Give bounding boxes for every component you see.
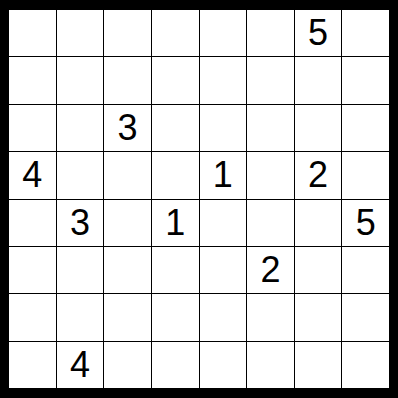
clue-cell-r3c3: 3	[104, 105, 151, 151]
empty-cell-r6c1[interactable]	[9, 247, 56, 293]
empty-cell-r3c4[interactable]	[152, 105, 199, 151]
empty-cell-r3c1[interactable]	[9, 105, 56, 151]
empty-cell-r1c8[interactable]	[342, 10, 389, 56]
empty-cell-r8c7[interactable]	[295, 342, 342, 388]
empty-cell-r6c3[interactable]	[104, 247, 151, 293]
empty-cell-r6c7[interactable]	[295, 247, 342, 293]
empty-cell-r8c5[interactable]	[200, 342, 247, 388]
empty-cell-r4c6[interactable]	[247, 152, 294, 198]
empty-cell-r2c6[interactable]	[247, 57, 294, 103]
empty-cell-r7c3[interactable]	[104, 294, 151, 340]
empty-cell-r8c8[interactable]	[342, 342, 389, 388]
empty-cell-r7c6[interactable]	[247, 294, 294, 340]
empty-cell-r3c5[interactable]	[200, 105, 247, 151]
empty-cell-r5c6[interactable]	[247, 200, 294, 246]
clue-cell-r6c6: 2	[247, 247, 294, 293]
empty-cell-r1c6[interactable]	[247, 10, 294, 56]
empty-cell-r3c2[interactable]	[57, 105, 104, 151]
empty-cell-r7c7[interactable]	[295, 294, 342, 340]
empty-cell-r4c4[interactable]	[152, 152, 199, 198]
clue-cell-r5c2: 3	[57, 200, 104, 246]
puzzle-board-frame: 5341231524	[0, 0, 398, 398]
empty-cell-r7c2[interactable]	[57, 294, 104, 340]
empty-cell-r7c5[interactable]	[200, 294, 247, 340]
clue-cell-r5c4: 1	[152, 200, 199, 246]
empty-cell-r5c5[interactable]	[200, 200, 247, 246]
empty-cell-r8c4[interactable]	[152, 342, 199, 388]
empty-cell-r2c5[interactable]	[200, 57, 247, 103]
empty-cell-r2c7[interactable]	[295, 57, 342, 103]
empty-cell-r6c4[interactable]	[152, 247, 199, 293]
empty-cell-r3c7[interactable]	[295, 105, 342, 151]
empty-cell-r1c1[interactable]	[9, 10, 56, 56]
empty-cell-r5c3[interactable]	[104, 200, 151, 246]
empty-cell-r4c3[interactable]	[104, 152, 151, 198]
empty-cell-r6c8[interactable]	[342, 247, 389, 293]
clue-cell-r1c7: 5	[295, 10, 342, 56]
empty-cell-r2c4[interactable]	[152, 57, 199, 103]
empty-cell-r7c1[interactable]	[9, 294, 56, 340]
empty-cell-r2c8[interactable]	[342, 57, 389, 103]
empty-cell-r3c8[interactable]	[342, 105, 389, 151]
empty-cell-r5c7[interactable]	[295, 200, 342, 246]
clue-cell-r8c2: 4	[57, 342, 104, 388]
empty-cell-r6c5[interactable]	[200, 247, 247, 293]
empty-cell-r2c1[interactable]	[9, 57, 56, 103]
clue-cell-r4c7: 2	[295, 152, 342, 198]
empty-cell-r1c5[interactable]	[200, 10, 247, 56]
empty-cell-r8c1[interactable]	[9, 342, 56, 388]
empty-cell-r5c1[interactable]	[9, 200, 56, 246]
empty-cell-r2c3[interactable]	[104, 57, 151, 103]
empty-cell-r4c2[interactable]	[57, 152, 104, 198]
empty-cell-r2c2[interactable]	[57, 57, 104, 103]
empty-cell-r1c3[interactable]	[104, 10, 151, 56]
clue-cell-r5c8: 5	[342, 200, 389, 246]
empty-cell-r8c3[interactable]	[104, 342, 151, 388]
clue-cell-r4c1: 4	[9, 152, 56, 198]
empty-cell-r1c4[interactable]	[152, 10, 199, 56]
puzzle-grid: 5341231524	[9, 10, 389, 388]
empty-cell-r6c2[interactable]	[57, 247, 104, 293]
empty-cell-r8c6[interactable]	[247, 342, 294, 388]
empty-cell-r7c8[interactable]	[342, 294, 389, 340]
empty-cell-r3c6[interactable]	[247, 105, 294, 151]
clue-cell-r4c5: 1	[200, 152, 247, 198]
empty-cell-r7c4[interactable]	[152, 294, 199, 340]
empty-cell-r1c2[interactable]	[57, 10, 104, 56]
empty-cell-r4c8[interactable]	[342, 152, 389, 198]
